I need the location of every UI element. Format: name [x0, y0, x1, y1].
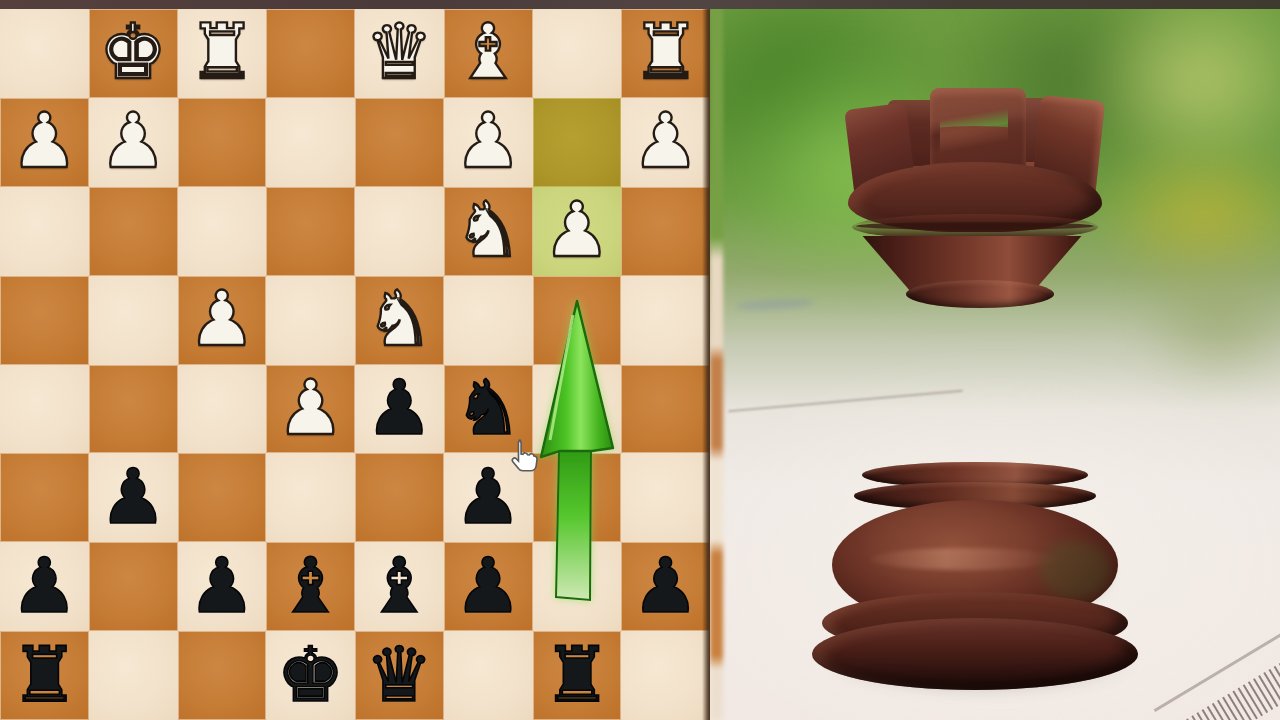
top-crop-band	[0, 0, 1280, 9]
square-f3[interactable]	[178, 187, 267, 276]
thumbnail-canvas: ♚♜♛♝♜♟♟♟♟♞♟♟♞♟♟♞♟♟♟♟♝♝♟♟♜♚♛♜	[0, 0, 1280, 720]
square-a8[interactable]	[621, 631, 710, 720]
square-g5[interactable]	[89, 365, 178, 454]
piece-wK-g1: ♚	[99, 14, 167, 90]
square-h2[interactable]: ♟	[0, 98, 89, 187]
square-g2[interactable]: ♟	[89, 98, 178, 187]
square-b8[interactable]: ♜	[533, 631, 622, 720]
square-h1[interactable]	[0, 9, 89, 98]
square-f1[interactable]: ♜	[178, 9, 267, 98]
square-g4[interactable]	[89, 276, 178, 365]
square-c3[interactable]: ♞	[444, 187, 533, 276]
square-d6[interactable]	[355, 453, 444, 542]
square-c7[interactable]: ♟	[444, 542, 533, 631]
square-d1[interactable]: ♛	[355, 9, 444, 98]
piece-bB-e7: ♝	[277, 548, 345, 624]
square-g7[interactable]	[89, 542, 178, 631]
square-d8[interactable]: ♛	[355, 631, 444, 720]
board-edge	[702, 0, 710, 720]
square-b3[interactable]: ♟	[533, 187, 622, 276]
square-g8[interactable]	[89, 631, 178, 720]
piece-bP-c6: ♟	[454, 459, 522, 535]
square-g6[interactable]: ♟	[89, 453, 178, 542]
rook-green-reflection	[1040, 540, 1110, 600]
square-c1[interactable]: ♝	[444, 9, 533, 98]
square-d5[interactable]: ♟	[355, 365, 444, 454]
piece-bN-c5: ♞	[454, 370, 522, 446]
square-f5[interactable]	[178, 365, 267, 454]
piece-wP-f4: ♟	[188, 281, 256, 357]
piece-wP-a2: ♟	[632, 103, 700, 179]
piece-bR-h8: ♜	[10, 637, 78, 713]
square-a6[interactable]	[621, 453, 710, 542]
square-f2[interactable]	[178, 98, 267, 187]
square-a4[interactable]	[621, 276, 710, 365]
piece-bP-g6: ♟	[99, 459, 167, 535]
square-c8[interactable]	[444, 631, 533, 720]
square-b6[interactable]	[533, 453, 622, 542]
square-g3[interactable]	[89, 187, 178, 276]
square-h4[interactable]	[0, 276, 89, 365]
chess-board: ♚♜♛♝♜♟♟♟♟♞♟♟♞♟♟♞♟♟♟♟♝♝♟♟♜♚♛♜	[0, 9, 710, 720]
square-e1[interactable]	[266, 9, 355, 98]
square-a2[interactable]: ♟	[621, 98, 710, 187]
piece-bB-d7: ♝	[365, 548, 433, 624]
square-h3[interactable]	[0, 187, 89, 276]
square-h6[interactable]	[0, 453, 89, 542]
piece-bP-a7: ♟	[632, 548, 700, 624]
piece-wQ-d1: ♛	[365, 14, 433, 90]
square-a1[interactable]: ♜	[621, 9, 710, 98]
square-d4[interactable]: ♞	[355, 276, 444, 365]
chess-board-panel: ♚♜♛♝♜♟♟♟♟♞♟♟♞♟♟♞♟♟♟♟♝♝♟♟♜♚♛♜	[0, 0, 710, 720]
square-f6[interactable]	[178, 453, 267, 542]
square-e4[interactable]	[266, 276, 355, 365]
square-e8[interactable]: ♚	[266, 631, 355, 720]
piece-bP-f7: ♟	[188, 548, 256, 624]
piece-wN-c3: ♞	[454, 192, 522, 268]
square-h5[interactable]	[0, 365, 89, 454]
square-h7[interactable]: ♟	[0, 542, 89, 631]
square-c4[interactable]	[444, 276, 533, 365]
piece-wR-a1: ♜	[632, 14, 700, 90]
wooden-rook-piece	[710, 0, 1280, 720]
piece-bP-c7: ♟	[454, 548, 522, 624]
square-a5[interactable]	[621, 365, 710, 454]
rook-body	[860, 302, 1090, 470]
square-c6[interactable]: ♟	[444, 453, 533, 542]
square-d3[interactable]	[355, 187, 444, 276]
square-e6[interactable]	[266, 453, 355, 542]
square-e5[interactable]: ♟	[266, 365, 355, 454]
square-b7[interactable]	[533, 542, 622, 631]
square-e3[interactable]	[266, 187, 355, 276]
rook-base-disc-lower	[812, 618, 1138, 690]
square-b2[interactable]	[533, 98, 622, 187]
piece-bK-e8: ♚	[277, 637, 345, 713]
piece-wP-g2: ♟	[99, 103, 167, 179]
piece-bR-b8: ♜	[543, 637, 611, 713]
piece-wR-f1: ♜	[188, 14, 256, 90]
piece-wN-d4: ♞	[365, 281, 433, 357]
square-b5[interactable]	[533, 365, 622, 454]
piece-bP-h7: ♟	[10, 548, 78, 624]
piece-wP-h2: ♟	[10, 103, 78, 179]
piece-bQ-d8: ♛	[365, 637, 433, 713]
square-b4[interactable]	[533, 276, 622, 365]
square-f4[interactable]: ♟	[178, 276, 267, 365]
square-a7[interactable]: ♟	[621, 542, 710, 631]
square-g1[interactable]: ♚	[89, 9, 178, 98]
square-e7[interactable]: ♝	[266, 542, 355, 631]
piece-wP-e5: ♟	[277, 370, 345, 446]
square-d2[interactable]	[355, 98, 444, 187]
square-f7[interactable]: ♟	[178, 542, 267, 631]
rook-photo	[710, 0, 1280, 720]
square-h8[interactable]: ♜	[0, 631, 89, 720]
square-f8[interactable]	[178, 631, 267, 720]
rook-bulb-highlight	[870, 548, 1060, 570]
piece-bP-d5: ♟	[365, 370, 433, 446]
square-b1[interactable]	[533, 9, 622, 98]
piece-wP-c2: ♟	[454, 103, 522, 179]
square-c5[interactable]: ♞	[444, 365, 533, 454]
square-c2[interactable]: ♟	[444, 98, 533, 187]
square-a3[interactable]	[621, 187, 710, 276]
square-d7[interactable]: ♝	[355, 542, 444, 631]
piece-wP-b3: ♟	[543, 192, 611, 268]
piece-wB-c1: ♝	[454, 14, 522, 90]
square-e2[interactable]	[266, 98, 355, 187]
